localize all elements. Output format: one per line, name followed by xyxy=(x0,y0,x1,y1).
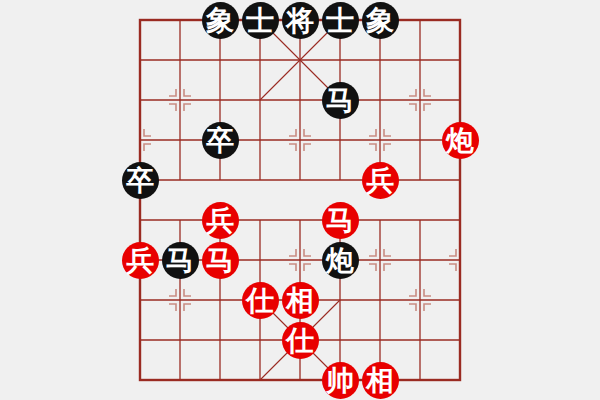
piece-black-elephant[interactable]: 象 xyxy=(362,2,399,39)
piece-glyph: 炮 xyxy=(446,127,474,155)
piece-red-advisor[interactable]: 仕 xyxy=(242,282,279,319)
piece-black-horse[interactable]: 马 xyxy=(322,82,359,119)
piece-glyph: 帅 xyxy=(326,367,354,395)
piece-red-soldier[interactable]: 兵 xyxy=(122,242,159,279)
piece-glyph: 相 xyxy=(366,367,394,395)
piece-black-soldier[interactable]: 卒 xyxy=(122,162,159,199)
piece-glyph: 象 xyxy=(206,7,234,35)
piece-glyph: 士 xyxy=(246,7,274,35)
piece-glyph: 将 xyxy=(286,7,314,35)
piece-glyph: 卒 xyxy=(126,167,154,195)
piece-black-advisor[interactable]: 士 xyxy=(322,2,359,39)
piece-black-soldier[interactable]: 卒 xyxy=(202,122,239,159)
piece-red-elephant[interactable]: 相 xyxy=(282,282,319,319)
piece-glyph: 马 xyxy=(166,247,194,275)
piece-glyph: 炮 xyxy=(326,247,354,275)
piece-black-advisor[interactable]: 士 xyxy=(242,2,279,39)
piece-glyph: 马 xyxy=(326,207,354,235)
piece-glyph: 兵 xyxy=(126,247,154,275)
xiangqi-app: 象士将士象马卒炮卒兵兵马兵马马炮仕相仕帅相 xyxy=(0,0,600,400)
piece-red-advisor[interactable]: 仕 xyxy=(282,322,319,359)
piece-red-horse[interactable]: 马 xyxy=(322,202,359,239)
piece-red-general[interactable]: 帅 xyxy=(322,362,359,399)
piece-glyph: 马 xyxy=(206,247,234,275)
xiangqi-board[interactable]: 象士将士象马卒炮卒兵兵马兵马马炮仕相仕帅相 xyxy=(120,0,480,400)
piece-glyph: 象 xyxy=(366,7,394,35)
piece-glyph: 兵 xyxy=(366,167,394,195)
piece-red-soldier[interactable]: 兵 xyxy=(202,202,239,239)
piece-black-general[interactable]: 将 xyxy=(282,2,319,39)
piece-glyph: 兵 xyxy=(206,207,234,235)
piece-glyph: 卒 xyxy=(206,127,234,155)
piece-black-horse[interactable]: 马 xyxy=(162,242,199,279)
piece-black-cannon[interactable]: 炮 xyxy=(322,242,359,279)
piece-glyph: 马 xyxy=(326,87,354,115)
piece-glyph: 仕 xyxy=(286,327,314,355)
piece-glyph: 士 xyxy=(326,7,354,35)
piece-glyph: 相 xyxy=(286,287,314,315)
piece-red-soldier[interactable]: 兵 xyxy=(362,162,399,199)
piece-black-elephant[interactable]: 象 xyxy=(202,2,239,39)
piece-red-horse[interactable]: 马 xyxy=(202,242,239,279)
piece-red-elephant[interactable]: 相 xyxy=(362,362,399,399)
piece-glyph: 仕 xyxy=(246,287,274,315)
piece-red-cannon[interactable]: 炮 xyxy=(442,122,479,159)
